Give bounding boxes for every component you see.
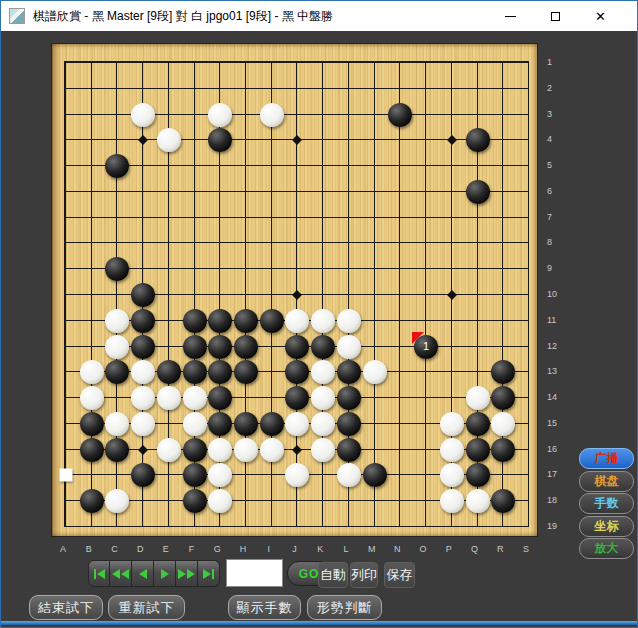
nav-first-icon <box>97 569 105 579</box>
stone-black-F11 <box>183 309 207 333</box>
app-window: 棋譜欣賞 - 黑 Master [9段] 對 白 jpgo01 [9段] - 黑… <box>0 0 638 628</box>
nav-back-button[interactable] <box>132 560 154 587</box>
go-board[interactable]: 1 <box>51 43 538 537</box>
stone-white-E14 <box>157 386 181 410</box>
stone-black-K12 <box>311 335 335 359</box>
column-label-O: O <box>420 544 427 554</box>
side-button-5[interactable]: 放大 <box>579 538 634 559</box>
stone-black-F17 <box>183 463 207 487</box>
row-label-19: 19 <box>547 521 557 531</box>
stone-black-L16 <box>337 438 361 462</box>
column-label-K: K <box>317 544 323 554</box>
app-icon <box>9 8 25 24</box>
row-label-13: 13 <box>547 366 557 376</box>
stone-white-G18 <box>208 489 232 513</box>
close-icon: ✕ <box>595 10 606 23</box>
star-point-J10 <box>293 290 303 300</box>
stone-white-K14 <box>311 386 335 410</box>
stone-white-F14 <box>183 386 207 410</box>
column-label-R: R <box>497 544 504 554</box>
stone-white-G17 <box>208 463 232 487</box>
row-label-12: 12 <box>547 341 557 351</box>
stone-black-N3 <box>388 103 412 127</box>
stone-white-L12 <box>337 335 361 359</box>
stone-black-E13 <box>157 360 181 384</box>
stone-white-K15 <box>311 412 335 436</box>
stone-white-F15 <box>183 412 207 436</box>
stone-black-D12 <box>131 335 155 359</box>
stone-black-H13 <box>234 360 258 384</box>
stone-white-Q14 <box>466 386 490 410</box>
stone-white-G3 <box>208 103 232 127</box>
stone-white-P18 <box>440 489 464 513</box>
window-title: 棋譜欣賞 - 黑 Master [9段] 對 白 jpgo01 [9段] - 黑… <box>33 8 333 25</box>
stone-white-C15 <box>105 412 129 436</box>
row-label-7: 7 <box>547 212 552 222</box>
window-controls: ✕ <box>488 1 623 31</box>
stone-white-B14 <box>80 386 104 410</box>
row-label-16: 16 <box>547 444 557 454</box>
stone-white-D13 <box>131 360 155 384</box>
nav-last-icon <box>203 569 211 579</box>
window-bottom-border <box>1 621 637 625</box>
stone-white-K16 <box>311 438 335 462</box>
stone-black-H15 <box>234 412 258 436</box>
stone-black-Q6 <box>466 180 490 204</box>
column-label-H: H <box>240 544 247 554</box>
row-label-3: 3 <box>547 109 552 119</box>
nav-fast-forward-icon <box>187 569 195 579</box>
stone-white-H16 <box>234 438 258 462</box>
nav-first-button[interactable] <box>88 560 110 587</box>
stone-white-I16 <box>260 438 284 462</box>
maximize-button[interactable] <box>533 1 578 31</box>
star-point-J16 <box>293 445 303 455</box>
star-point-D4 <box>138 135 148 145</box>
nav-last-icon <box>212 569 214 579</box>
row-label-6: 6 <box>547 186 552 196</box>
stone-black-H12 <box>234 335 258 359</box>
stone-black-F12 <box>183 335 207 359</box>
column-label-B: B <box>86 544 92 554</box>
stone-white-Q18 <box>466 489 490 513</box>
stone-white-D3 <box>131 103 155 127</box>
column-label-E: E <box>163 544 169 554</box>
stone-black-G13 <box>208 360 232 384</box>
stone-white-L11 <box>337 309 361 333</box>
stone-black-L15 <box>337 412 361 436</box>
nav-last-button[interactable] <box>198 560 220 587</box>
stone-white-L17 <box>337 463 361 487</box>
stone-black-R16 <box>491 438 515 462</box>
column-label-I: I <box>267 544 270 554</box>
stone-black-R13 <box>491 360 515 384</box>
stone-black-R18 <box>491 489 515 513</box>
row-label-1: 1 <box>547 57 552 67</box>
move-number-input[interactable] <box>226 559 283 587</box>
star-point-D16 <box>138 445 148 455</box>
bottom-button-1[interactable]: 結束試下 <box>29 595 103 620</box>
stone-black-F18 <box>183 489 207 513</box>
stone-black-C5 <box>105 154 129 178</box>
stone-white-P15 <box>440 412 464 436</box>
bottom-button-4[interactable]: 形勢判斷 <box>307 595 382 620</box>
stone-black-G12 <box>208 335 232 359</box>
stone-black-D10 <box>131 283 155 307</box>
stone-white-P16 <box>440 438 464 462</box>
row-label-9: 9 <box>547 263 552 273</box>
nav-fast-forward-button[interactable] <box>176 560 198 587</box>
stone-black-B15 <box>80 412 104 436</box>
maximize-icon <box>551 12 560 21</box>
stone-black-G4 <box>208 128 232 152</box>
stone-white-P17 <box>440 463 464 487</box>
column-label-G: G <box>214 544 221 554</box>
stone-black-C9 <box>105 257 129 281</box>
nav-forward-icon <box>161 569 169 579</box>
stone-black-Q15 <box>466 412 490 436</box>
column-label-J: J <box>292 544 297 554</box>
stone-black-M17 <box>363 463 387 487</box>
nav-fast-back-button[interactable] <box>110 560 132 587</box>
stone-black-J14 <box>285 386 309 410</box>
stone-white-G16 <box>208 438 232 462</box>
stone-black-C16 <box>105 438 129 462</box>
auto-play-button[interactable]: 自動 <box>318 562 348 588</box>
stone-white-E4 <box>157 128 181 152</box>
star-point-J4 <box>293 135 303 145</box>
stone-black-L14 <box>337 386 361 410</box>
column-label-Q: Q <box>471 544 478 554</box>
save-button[interactable]: 保存 <box>384 562 415 588</box>
title-bar: 棋譜欣賞 - 黑 Master [9段] 對 白 jpgo01 [9段] - 黑… <box>1 1 637 31</box>
stone-black-G14 <box>208 386 232 410</box>
row-label-2: 2 <box>547 83 552 93</box>
stone-black-D17 <box>131 463 155 487</box>
row-label-17: 17 <box>547 469 557 479</box>
row-label-8: 8 <box>547 237 552 247</box>
stone-black-Q16 <box>466 438 490 462</box>
stone-white-C18 <box>105 489 129 513</box>
stone-white-K11 <box>311 309 335 333</box>
column-label-A: A <box>60 544 66 554</box>
nav-back-icon <box>139 569 147 579</box>
nav-forward-button[interactable] <box>154 560 176 587</box>
stone-black-G15 <box>208 412 232 436</box>
row-label-4: 4 <box>547 134 552 144</box>
side-button-2[interactable]: 棋盘 <box>579 471 634 492</box>
move-navigation-group <box>88 560 220 587</box>
stone-white-D15 <box>131 412 155 436</box>
stone-black-J13 <box>285 360 309 384</box>
column-label-D: D <box>137 544 144 554</box>
stone-white-C11 <box>105 309 129 333</box>
side-button-1[interactable]: 广播 <box>579 448 634 469</box>
stone-white-J11 <box>285 309 309 333</box>
stone-black-I11 <box>260 309 284 333</box>
side-button-3[interactable]: 手数 <box>579 493 634 514</box>
row-label-10: 10 <box>547 289 557 299</box>
bottom-button-3[interactable]: 顯示手數 <box>228 595 301 620</box>
stone-black-Q4 <box>466 128 490 152</box>
stone-black-L13 <box>337 360 361 384</box>
stone-white-E16 <box>157 438 181 462</box>
stone-white-B13 <box>80 360 104 384</box>
stone-white-I3 <box>260 103 284 127</box>
nav-fast-back-icon <box>112 569 120 579</box>
stone-black-R14 <box>491 386 515 410</box>
side-button-4[interactable]: 坐标 <box>579 516 634 537</box>
row-label-14: 14 <box>547 392 557 402</box>
nav-fast-forward-icon <box>178 569 186 579</box>
column-label-L: L <box>343 544 348 554</box>
marker-white-square-A17 <box>60 469 73 482</box>
board-grid[interactable]: 1 <box>64 61 529 527</box>
stone-white-C12 <box>105 335 129 359</box>
star-point-P4 <box>447 135 457 145</box>
stone-white-R15 <box>491 412 515 436</box>
bottom-button-2[interactable]: 重新試下 <box>108 595 185 620</box>
stone-black-F13 <box>183 360 207 384</box>
stone-white-K13 <box>311 360 335 384</box>
nav-fast-back-icon <box>121 569 129 579</box>
star-point-P10 <box>447 290 457 300</box>
row-label-5: 5 <box>547 160 552 170</box>
stone-black-D11 <box>131 309 155 333</box>
stone-white-M13 <box>363 360 387 384</box>
stone-white-D14 <box>131 386 155 410</box>
row-label-18: 18 <box>547 495 557 505</box>
stone-black-H11 <box>234 309 258 333</box>
close-button[interactable]: ✕ <box>578 1 623 31</box>
minimize-icon <box>505 16 516 17</box>
column-label-C: C <box>111 544 118 554</box>
stone-black-G11 <box>208 309 232 333</box>
print-button[interactable]: 列印 <box>350 562 378 588</box>
stone-black-B18 <box>80 489 104 513</box>
nav-first-icon <box>94 569 96 579</box>
column-label-F: F <box>189 544 195 554</box>
row-label-11: 11 <box>547 315 556 325</box>
last-move-marker-red-triangle <box>412 332 424 344</box>
stone-black-Q17 <box>466 463 490 487</box>
column-label-N: N <box>394 544 401 554</box>
stone-white-J15 <box>285 412 309 436</box>
column-label-M: M <box>368 544 376 554</box>
stone-black-J12 <box>285 335 309 359</box>
stone-black-I15 <box>260 412 284 436</box>
column-label-S: S <box>523 544 529 554</box>
stone-black-B16 <box>80 438 104 462</box>
row-label-15: 15 <box>547 418 557 428</box>
column-label-P: P <box>446 544 452 554</box>
minimize-button[interactable] <box>488 1 533 31</box>
stone-black-C13 <box>105 360 129 384</box>
stone-white-J17 <box>285 463 309 487</box>
stone-black-F16 <box>183 438 207 462</box>
